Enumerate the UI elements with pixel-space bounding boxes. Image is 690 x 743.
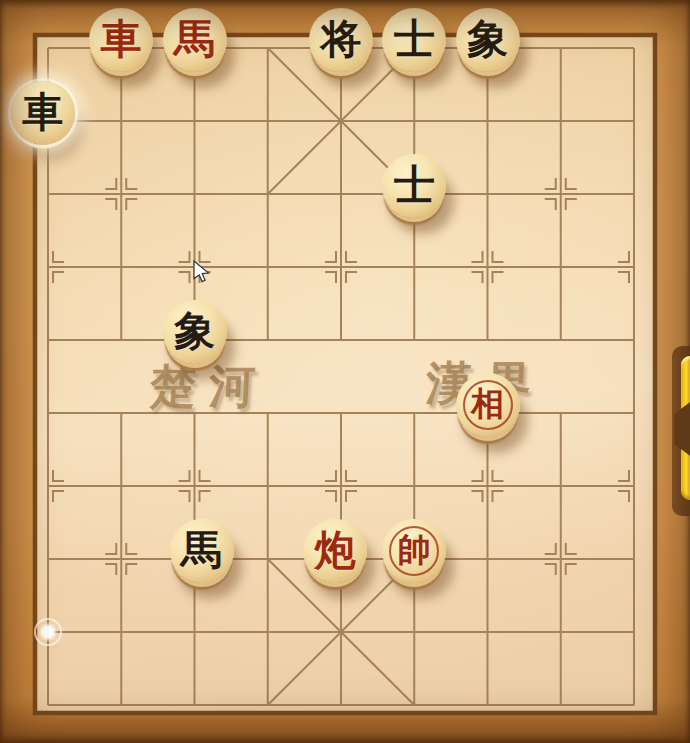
board-grid — [0, 0, 690, 743]
piece-character: 象 — [456, 8, 520, 72]
piece-character: 象 — [163, 300, 227, 364]
piece-character: 士 — [382, 154, 446, 218]
piece-character: 車 — [11, 81, 75, 145]
piece-character: 馬 — [170, 519, 234, 583]
piece-red-帥[interactable]: 帥 — [382, 519, 446, 583]
piece-ring — [389, 526, 439, 576]
piece-red-相[interactable]: 相 — [456, 373, 520, 437]
piece-black-車[interactable]: 車 — [11, 81, 75, 145]
piece-black-士[interactable]: 士 — [382, 154, 446, 218]
piece-red-炮[interactable]: 炮 — [303, 519, 367, 583]
piece-character: 士 — [382, 8, 446, 72]
xiangqi-game-screen: 楚河 漢界 車馬将士象車士象相馬炮帥 — [0, 0, 690, 743]
grid-lines — [48, 48, 634, 705]
piece-black-象[interactable]: 象 — [456, 8, 520, 72]
piece-character: 将 — [309, 8, 373, 72]
piece-black-馬[interactable]: 馬 — [170, 519, 234, 583]
piece-black-将[interactable]: 将 — [309, 8, 373, 72]
piece-black-士[interactable]: 士 — [382, 8, 446, 72]
piece-black-象[interactable]: 象 — [163, 300, 227, 364]
piece-character: 車 — [89, 8, 153, 72]
piece-red-車[interactable]: 車 — [89, 8, 153, 72]
piece-red-馬[interactable]: 馬 — [163, 8, 227, 72]
piece-character: 炮 — [303, 519, 367, 583]
piece-character: 馬 — [163, 8, 227, 72]
river-label-left: 楚河 — [149, 364, 269, 410]
piece-ring — [463, 380, 513, 430]
